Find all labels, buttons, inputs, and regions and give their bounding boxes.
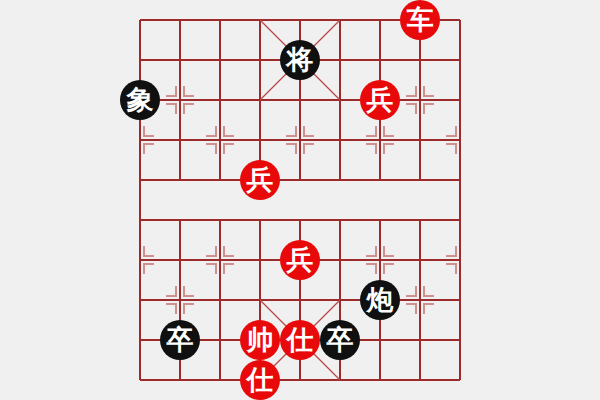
intersection-f2r8[interactable] (160, 280, 200, 320)
intersection-f6r3[interactable] (320, 80, 360, 120)
intersection-f3r9[interactable] (200, 320, 240, 360)
intersection-f6r2[interactable] (320, 40, 360, 80)
intersection-f4r5[interactable]: 兵 (240, 160, 280, 200)
intersection-f1r8[interactable] (120, 280, 160, 320)
intersection-f4r6[interactable] (240, 200, 280, 240)
intersection-f3r7[interactable] (200, 240, 240, 280)
intersection-f2r2[interactable] (160, 40, 200, 80)
intersection-f9r9[interactable] (440, 320, 480, 360)
intersection-f6r1[interactable] (320, 0, 360, 40)
intersection-f6r4[interactable] (320, 120, 360, 160)
piece-red-soldier-2[interactable]: 兵 (240, 160, 280, 200)
intersection-f5r6[interactable] (280, 200, 320, 240)
intersection-f8r9[interactable] (400, 320, 440, 360)
intersection-f5r8[interactable] (280, 280, 320, 320)
intersection-f3r6[interactable] (200, 200, 240, 240)
intersection-f5r2[interactable]: 将 (280, 40, 320, 80)
intersection-f2r7[interactable] (160, 240, 200, 280)
intersection-f4r7[interactable] (240, 240, 280, 280)
intersection-f8r6[interactable] (400, 200, 440, 240)
intersection-f9r2[interactable] (440, 40, 480, 80)
xiangqi-board: 车将象兵兵兵炮卒帅仕卒仕 (120, 0, 480, 400)
intersection-f1r9[interactable] (120, 320, 160, 360)
intersection-f5r5[interactable] (280, 160, 320, 200)
piece-red-advisor-2[interactable]: 仕 (240, 360, 280, 400)
intersection-f4r3[interactable] (240, 80, 280, 120)
intersection-f5r9[interactable]: 仕 (280, 320, 320, 360)
intersection-f9r3[interactable] (440, 80, 480, 120)
intersection-f2r9[interactable]: 卒 (160, 320, 200, 360)
intersection-f1r2[interactable] (120, 40, 160, 80)
intersection-f8r3[interactable] (400, 80, 440, 120)
intersection-f1r10[interactable] (120, 360, 160, 400)
intersection-f1r5[interactable] (120, 160, 160, 200)
intersection-f7r6[interactable] (360, 200, 400, 240)
intersection-f7r5[interactable] (360, 160, 400, 200)
intersection-f4r1[interactable] (240, 0, 280, 40)
intersection-f7r7[interactable] (360, 240, 400, 280)
intersection-f2r5[interactable] (160, 160, 200, 200)
intersection-f8r10[interactable] (400, 360, 440, 400)
intersection-f1r6[interactable] (120, 200, 160, 240)
intersection-f6r7[interactable] (320, 240, 360, 280)
intersection-f2r6[interactable] (160, 200, 200, 240)
intersection-f9r7[interactable] (440, 240, 480, 280)
intersection-f9r8[interactable] (440, 280, 480, 320)
intersection-f8r5[interactable] (400, 160, 440, 200)
piece-black-elephant[interactable]: 象 (120, 80, 160, 120)
piece-red-soldier-1[interactable]: 兵 (360, 80, 400, 120)
intersection-f7r10[interactable] (360, 360, 400, 400)
intersection-f3r2[interactable] (200, 40, 240, 80)
intersection-f5r4[interactable] (280, 120, 320, 160)
intersection-f1r3[interactable]: 象 (120, 80, 160, 120)
intersection-f6r10[interactable] (320, 360, 360, 400)
intersection-f2r10[interactable] (160, 360, 200, 400)
intersection-f6r5[interactable] (320, 160, 360, 200)
intersection-f8r2[interactable] (400, 40, 440, 80)
xiangqi-diagram: 车将象兵兵兵炮卒帅仕卒仕 (0, 0, 600, 400)
intersection-f6r8[interactable] (320, 280, 360, 320)
intersection-f8r7[interactable] (400, 240, 440, 280)
intersection-f7r4[interactable] (360, 120, 400, 160)
intersection-f2r1[interactable] (160, 0, 200, 40)
piece-black-general[interactable]: 将 (280, 40, 320, 80)
intersection-f5r3[interactable] (280, 80, 320, 120)
intersection-f8r8[interactable] (400, 280, 440, 320)
intersection-f5r10[interactable] (280, 360, 320, 400)
intersection-f3r10[interactable] (200, 360, 240, 400)
intersection-f1r4[interactable] (120, 120, 160, 160)
piece-black-cannon[interactable]: 炮 (360, 280, 400, 320)
intersection-f9r6[interactable] (440, 200, 480, 240)
intersection-f7r2[interactable] (360, 40, 400, 80)
intersection-f5r7[interactable]: 兵 (280, 240, 320, 280)
intersection-f3r8[interactable] (200, 280, 240, 320)
intersection-f6r9[interactable]: 卒 (320, 320, 360, 360)
intersection-f2r3[interactable] (160, 80, 200, 120)
intersection-f4r8[interactable] (240, 280, 280, 320)
intersection-f4r10[interactable]: 仕 (240, 360, 280, 400)
intersection-f7r8[interactable]: 炮 (360, 280, 400, 320)
piece-red-advisor-1[interactable]: 仕 (280, 320, 320, 360)
intersection-f7r9[interactable] (360, 320, 400, 360)
piece-red-general[interactable]: 帅 (240, 320, 280, 360)
intersection-f7r3[interactable]: 兵 (360, 80, 400, 120)
intersection-f9r1[interactable] (440, 0, 480, 40)
intersection-f7r1[interactable] (360, 0, 400, 40)
intersection-f8r4[interactable] (400, 120, 440, 160)
intersection-f9r5[interactable] (440, 160, 480, 200)
intersection-f6r6[interactable] (320, 200, 360, 240)
intersection-f4r9[interactable]: 帅 (240, 320, 280, 360)
intersection-f9r4[interactable] (440, 120, 480, 160)
intersection-f9r10[interactable] (440, 360, 480, 400)
piece-red-chariot[interactable]: 车 (400, 0, 440, 40)
intersection-f3r4[interactable] (200, 120, 240, 160)
piece-black-soldier-1[interactable]: 卒 (160, 320, 200, 360)
piece-red-soldier-3[interactable]: 兵 (280, 240, 320, 280)
intersection-f5r1[interactable] (280, 0, 320, 40)
intersection-f3r3[interactable] (200, 80, 240, 120)
intersection-f1r7[interactable] (120, 240, 160, 280)
intersection-f3r1[interactable] (200, 0, 240, 40)
intersection-f1r1[interactable] (120, 0, 160, 40)
intersection-f8r1[interactable]: 车 (400, 0, 440, 40)
piece-black-soldier-2[interactable]: 卒 (320, 320, 360, 360)
intersection-f2r4[interactable] (160, 120, 200, 160)
intersection-f4r2[interactable] (240, 40, 280, 80)
intersection-f3r5[interactable] (200, 160, 240, 200)
intersection-f4r4[interactable] (240, 120, 280, 160)
